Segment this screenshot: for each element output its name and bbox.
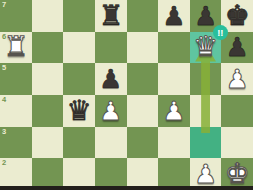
square-g4[interactable]: [190, 95, 222, 127]
square-b5[interactable]: [32, 63, 64, 95]
rank-label-7: 7: [2, 1, 6, 9]
square-h5[interactable]: ♟: [221, 63, 253, 95]
square-a3[interactable]: 3: [0, 127, 32, 159]
black-queen-c4[interactable]: ♛: [63, 95, 95, 127]
square-a6[interactable]: 6♜: [0, 32, 32, 64]
bottom-edge-strip: [0, 186, 253, 190]
black-pawn-d5[interactable]: ♟: [95, 63, 127, 95]
rank-label-3: 3: [2, 128, 6, 136]
black-pawn-f7[interactable]: ♟: [158, 0, 190, 32]
square-b6[interactable]: [32, 32, 64, 64]
square-c6[interactable]: [63, 32, 95, 64]
white-pawn-h5[interactable]: ♟: [221, 63, 253, 95]
square-b7[interactable]: [32, 0, 64, 32]
square-d4[interactable]: ♟: [95, 95, 127, 127]
square-h3[interactable]: [221, 127, 253, 159]
square-a4[interactable]: 4: [0, 95, 32, 127]
white-pawn-f4[interactable]: ♟: [158, 95, 190, 127]
square-d3[interactable]: [95, 127, 127, 159]
white-pawn-d4[interactable]: ♟: [95, 95, 127, 127]
square-b3[interactable]: [32, 127, 64, 159]
square-a7[interactable]: 7: [0, 0, 32, 32]
rank-label-5: 5: [2, 64, 6, 72]
square-e7[interactable]: [127, 0, 159, 32]
square-g3[interactable]: [190, 127, 222, 159]
black-rook-d7[interactable]: ♜: [95, 0, 127, 32]
square-c7[interactable]: [63, 0, 95, 32]
square-f5[interactable]: [158, 63, 190, 95]
square-e6[interactable]: [127, 32, 159, 64]
square-h4[interactable]: [221, 95, 253, 127]
brilliant-move-badge: !!: [213, 25, 228, 40]
rank-label-4: 4: [2, 96, 6, 104]
square-d6[interactable]: [95, 32, 127, 64]
square-f3[interactable]: [158, 127, 190, 159]
square-e3[interactable]: [127, 127, 159, 159]
square-a5[interactable]: 5: [0, 63, 32, 95]
square-d7[interactable]: ♜: [95, 0, 127, 32]
rank-label-2: 2: [2, 159, 6, 167]
square-f6[interactable]: [158, 32, 190, 64]
square-b4[interactable]: [32, 95, 64, 127]
square-c5[interactable]: [63, 63, 95, 95]
square-c3[interactable]: [63, 127, 95, 159]
square-d5[interactable]: ♟: [95, 63, 127, 95]
square-f7[interactable]: ♟: [158, 0, 190, 32]
square-f4[interactable]: ♟: [158, 95, 190, 127]
square-e5[interactable]: [127, 63, 159, 95]
square-e4[interactable]: [127, 95, 159, 127]
chessboard-screenshot: 7♜♟♟♚6♜♛♟5♟♟4♛♟♟32♟♚ !!: [0, 0, 253, 190]
square-c4[interactable]: ♛: [63, 95, 95, 127]
square-g5[interactable]: [190, 63, 222, 95]
white-rook-a6[interactable]: ♜: [0, 32, 32, 64]
